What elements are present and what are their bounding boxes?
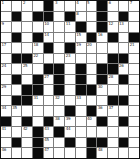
cell[interactable]	[54, 43, 64, 53]
cell[interactable]	[12, 1, 22, 11]
clue-number: 28	[108, 75, 113, 80]
cell[interactable]: 32	[54, 96, 64, 106]
clue-number: 35	[12, 106, 17, 111]
cell[interactable]: 25	[22, 64, 32, 74]
cell[interactable]	[65, 33, 75, 43]
blocked-cell	[33, 127, 43, 137]
cell[interactable]: 31	[33, 96, 43, 106]
cell[interactable]	[129, 96, 139, 106]
cell[interactable]	[108, 127, 118, 137]
cell[interactable]	[12, 22, 22, 32]
cell[interactable]	[65, 148, 75, 158]
cell[interactable]	[87, 64, 97, 74]
clue-number: 20	[87, 43, 92, 48]
blocked-cell	[12, 33, 22, 43]
cell[interactable]	[65, 75, 75, 85]
clue-number: 37	[108, 106, 113, 111]
clue-number: 5	[87, 1, 89, 6]
cell[interactable]	[87, 54, 97, 64]
cell[interactable]: 43	[44, 127, 54, 137]
clue-number: 24	[2, 64, 7, 69]
cell[interactable]	[12, 43, 22, 53]
blocked-cell	[119, 117, 129, 127]
cell[interactable]	[65, 64, 75, 74]
blocked-cell	[65, 12, 75, 22]
cell[interactable]	[54, 22, 64, 32]
cell[interactable]	[1, 96, 11, 106]
cell[interactable]	[12, 64, 22, 74]
cell[interactable]: 5	[87, 1, 97, 11]
clue-number: 22	[34, 54, 39, 59]
cell[interactable]: 24	[1, 64, 11, 74]
cell[interactable]	[1, 33, 11, 43]
cell[interactable]	[108, 148, 118, 158]
cell[interactable]	[33, 1, 43, 11]
cell[interactable]	[33, 106, 43, 116]
cell[interactable]: 44	[65, 127, 75, 137]
clue-number: 34	[2, 106, 7, 111]
cell[interactable]: 26	[119, 64, 129, 74]
clue-number: 39	[66, 117, 71, 122]
cell[interactable]	[119, 43, 129, 53]
blocked-cell	[97, 117, 107, 127]
blocked-cell	[54, 85, 64, 95]
cell[interactable]	[54, 54, 64, 64]
clue-number: 38	[55, 117, 60, 122]
clue-number: 2	[23, 1, 25, 6]
cell[interactable]	[97, 54, 107, 64]
clue-number: 44	[66, 127, 71, 132]
cell[interactable]: 48	[97, 148, 107, 158]
blocked-cell	[22, 117, 32, 127]
blocked-cell	[87, 148, 97, 158]
cell[interactable]	[1, 138, 11, 148]
cell[interactable]: 9	[1, 22, 11, 32]
clue-number: 33	[76, 96, 81, 101]
blocked-cell	[33, 33, 43, 43]
clue-number: 46	[2, 148, 7, 153]
blocked-cell	[108, 54, 118, 64]
blocked-cell	[44, 43, 54, 53]
blocked-cell	[44, 1, 54, 11]
clue-number: 32	[55, 96, 60, 101]
blocked-cell	[12, 138, 22, 148]
cell[interactable]	[54, 12, 64, 22]
cell[interactable]: 45	[44, 138, 54, 148]
cell[interactable]: 15	[76, 33, 86, 43]
blocked-cell	[108, 96, 118, 106]
clue-number: 23	[66, 54, 71, 59]
cell[interactable]	[129, 106, 139, 116]
blocked-cell	[97, 1, 107, 11]
cell[interactable]	[44, 96, 54, 106]
clue-number: 40	[87, 117, 92, 122]
cell[interactable]: 38	[54, 117, 64, 127]
cell[interactable]	[44, 106, 54, 116]
clue-number: 3	[55, 1, 57, 6]
clue-number: 18	[34, 43, 39, 48]
cell[interactable]	[54, 148, 64, 158]
cell[interactable]	[108, 138, 118, 148]
clue-number: 30	[98, 85, 103, 90]
cell[interactable]: 22	[33, 54, 43, 64]
blocked-cell	[76, 64, 86, 74]
clue-number: 45	[44, 138, 49, 143]
blocked-cell	[44, 117, 54, 127]
cell[interactable]	[76, 148, 86, 158]
blocked-cell	[119, 12, 129, 22]
blocked-cell	[65, 138, 75, 148]
blocked-cell	[54, 64, 64, 74]
cell[interactable]	[87, 127, 97, 137]
blocked-cell	[87, 106, 97, 116]
cell[interactable]: 3	[54, 1, 64, 11]
cell[interactable]: 41	[1, 127, 11, 137]
blocked-cell	[119, 54, 129, 64]
cell[interactable]: 2	[22, 1, 32, 11]
clue-number: 10	[44, 22, 49, 27]
blocked-cell	[12, 75, 22, 85]
cell[interactable]: 29	[1, 85, 11, 95]
crossword-grid: 1234567891011121314151617181920212223242…	[0, 0, 140, 159]
cell[interactable]: 11	[65, 22, 75, 32]
blocked-cell	[22, 54, 32, 64]
cell[interactable]	[108, 12, 118, 22]
blocked-cell	[44, 64, 54, 74]
clue-number: 42	[23, 127, 28, 132]
clue-number: 19	[76, 43, 81, 48]
clue-number: 48	[98, 148, 103, 153]
cell[interactable]	[22, 106, 32, 116]
cell[interactable]	[1, 54, 11, 64]
cell[interactable]: 27	[44, 75, 54, 85]
blocked-cell	[119, 75, 129, 85]
cell[interactable]	[33, 22, 43, 32]
clue-number: 7	[130, 1, 132, 6]
blocked-cell	[108, 33, 118, 43]
blocked-cell	[54, 75, 64, 85]
blocked-cell	[33, 75, 43, 85]
clue-number: 15	[76, 33, 81, 38]
blocked-cell	[33, 12, 43, 22]
cell[interactable]	[119, 85, 129, 95]
cell[interactable]	[76, 127, 86, 137]
cell[interactable]	[87, 12, 97, 22]
cell[interactable]	[22, 138, 32, 148]
cell[interactable]: 36	[97, 106, 107, 116]
cell[interactable]	[22, 148, 32, 158]
clue-number: 13	[119, 22, 124, 27]
blocked-cell	[97, 138, 107, 148]
cell[interactable]	[76, 106, 86, 116]
cell[interactable]: 12	[108, 22, 118, 32]
cell[interactable]	[129, 54, 139, 64]
cell[interactable]: 16	[97, 33, 107, 43]
cell[interactable]: 10	[44, 22, 54, 32]
cell[interactable]	[129, 64, 139, 74]
cell[interactable]	[97, 43, 107, 53]
cell[interactable]	[87, 96, 97, 106]
clue-number: 41	[2, 127, 7, 132]
blocked-cell	[65, 43, 75, 53]
cell[interactable]	[33, 117, 43, 127]
cell[interactable]	[54, 33, 64, 43]
blocked-cell	[97, 22, 107, 32]
cell[interactable]	[44, 85, 54, 95]
cell[interactable]	[129, 127, 139, 137]
cell[interactable]	[108, 85, 118, 95]
blocked-cell	[119, 138, 129, 148]
clue-number: 4	[76, 1, 78, 6]
cell[interactable]	[12, 148, 22, 158]
cell[interactable]	[22, 22, 32, 32]
blocked-cell	[1, 117, 11, 127]
blocked-cell	[54, 127, 64, 137]
cell[interactable]: 17	[1, 43, 11, 53]
blocked-cell	[33, 148, 43, 158]
cell[interactable]	[119, 33, 129, 43]
blocked-cell	[12, 12, 22, 22]
clue-number: 43	[44, 127, 49, 132]
blocked-cell	[87, 138, 97, 148]
cell[interactable]	[119, 127, 129, 137]
cell[interactable]: 6	[108, 1, 118, 11]
cell[interactable]: 40	[87, 117, 97, 127]
cell[interactable]	[12, 127, 22, 137]
cell[interactable]	[65, 1, 75, 11]
cell[interactable]	[129, 85, 139, 95]
cell[interactable]	[87, 75, 97, 85]
blocked-cell	[87, 85, 97, 95]
cell[interactable]	[87, 22, 97, 32]
blocked-cell	[119, 96, 129, 106]
cell[interactable]: 20	[87, 43, 97, 53]
cell[interactable]	[22, 12, 32, 22]
cell[interactable]	[129, 75, 139, 85]
blocked-cell	[108, 64, 118, 74]
blocked-cell	[65, 106, 75, 116]
clue-number: 17	[2, 43, 7, 48]
cell[interactable]	[129, 138, 139, 148]
cell[interactable]	[1, 75, 11, 85]
cell[interactable]: 34	[1, 106, 11, 116]
cell[interactable]: 19	[76, 43, 86, 53]
cell[interactable]	[108, 117, 118, 127]
cell[interactable]: 35	[12, 106, 22, 116]
cell[interactable]	[44, 54, 54, 64]
blocked-cell	[129, 33, 139, 43]
cell[interactable]: 42	[22, 127, 32, 137]
cell[interactable]: 18	[33, 43, 43, 53]
clue-number: 6	[108, 1, 110, 6]
cell[interactable]: 13	[119, 22, 129, 32]
clue-number: 27	[44, 75, 49, 80]
cell[interactable]	[129, 12, 139, 22]
clue-number: 8	[76, 12, 78, 17]
clue-number: 12	[108, 22, 113, 27]
cell[interactable]: 37	[108, 106, 118, 116]
blocked-cell	[97, 75, 107, 85]
cell[interactable]: 4	[76, 1, 86, 11]
cell[interactable]	[97, 127, 107, 137]
cell[interactable]	[108, 43, 118, 53]
cell[interactable]	[54, 138, 64, 148]
blocked-cell	[97, 64, 107, 74]
cell[interactable]: 1	[1, 1, 11, 11]
cell[interactable]	[119, 148, 129, 158]
blocked-cell	[22, 96, 32, 106]
clue-number: 29	[2, 85, 7, 90]
cell[interactable]: 28	[108, 75, 118, 85]
blocked-cell	[12, 96, 22, 106]
blocked-cell	[76, 85, 86, 95]
cell[interactable]: 14	[44, 33, 54, 43]
clue-number: 31	[34, 96, 39, 101]
blocked-cell	[44, 12, 54, 22]
cell[interactable]: 8	[76, 12, 86, 22]
cell[interactable]	[22, 33, 32, 43]
cell[interactable]: 47	[44, 148, 54, 158]
blocked-cell	[97, 12, 107, 22]
cell[interactable]	[54, 106, 64, 116]
cell[interactable]	[33, 64, 43, 74]
cell[interactable]	[22, 43, 32, 53]
cell[interactable]	[129, 22, 139, 32]
blocked-cell	[22, 85, 32, 95]
blocked-cell	[76, 75, 86, 85]
cell[interactable]	[119, 1, 129, 11]
cell[interactable]: 39	[65, 117, 75, 127]
cell[interactable]: 46	[1, 148, 11, 158]
cell[interactable]	[12, 117, 22, 127]
blocked-cell	[76, 22, 86, 32]
cell[interactable]	[65, 96, 75, 106]
clue-number: 25	[23, 64, 28, 69]
cell[interactable]	[129, 148, 139, 158]
clue-number: 16	[98, 33, 103, 38]
cell[interactable]: 23	[65, 54, 75, 64]
cell[interactable]: 7	[129, 1, 139, 11]
clue-number: 14	[44, 33, 49, 38]
clue-number: 11	[66, 22, 71, 27]
blocked-cell	[33, 138, 43, 148]
clue-number: 9	[2, 22, 4, 27]
cell[interactable]	[129, 117, 139, 127]
clue-number: 36	[98, 106, 103, 111]
cell[interactable]	[119, 106, 129, 116]
cell[interactable]: 30	[97, 85, 107, 95]
clue-number: 47	[44, 148, 49, 153]
clue-number: 21	[130, 43, 135, 48]
blocked-cell	[33, 85, 43, 95]
cell[interactable]	[12, 85, 22, 95]
cell[interactable]	[65, 85, 75, 95]
cell[interactable]	[76, 54, 86, 64]
clue-number: 1	[2, 1, 4, 6]
cell[interactable]	[76, 117, 86, 127]
cell[interactable]	[76, 138, 86, 148]
cell[interactable]: 21	[129, 43, 139, 53]
cell[interactable]	[22, 75, 32, 85]
blocked-cell	[87, 33, 97, 43]
blocked-cell	[12, 54, 22, 64]
clue-number: 26	[119, 64, 124, 69]
cell[interactable]	[97, 96, 107, 106]
cell[interactable]	[1, 12, 11, 22]
cell[interactable]: 33	[76, 96, 86, 106]
